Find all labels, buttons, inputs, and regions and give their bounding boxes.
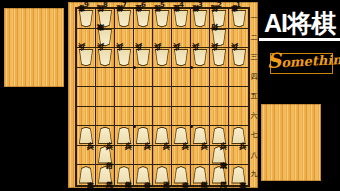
square-8-2[interactable]: 飛車 <box>96 29 115 49</box>
square-5-6[interactable] <box>153 107 172 127</box>
piece-kanji: 金将 <box>173 168 189 184</box>
square-8-1[interactable]: 桂馬 <box>96 9 115 29</box>
piece-kanji: 金将 <box>135 10 151 26</box>
square-3-1[interactable]: 銀将 <box>191 9 210 29</box>
square-1-9[interactable]: 香車 <box>229 165 248 185</box>
square-5-8[interactable] <box>153 146 172 166</box>
square-2-2[interactable]: 角行 <box>210 29 229 49</box>
square-4-1[interactable]: 金将 <box>172 9 191 29</box>
square-8-3[interactable]: 歩兵 <box>96 48 115 68</box>
gote-piece[interactable]: 飛車 <box>97 29 113 47</box>
app-logo: AI将棋 Something <box>259 10 340 41</box>
piece-kanji: 桂馬 <box>211 10 227 26</box>
square-4-9[interactable]: 金将 <box>172 165 191 185</box>
piece-kanji: 香車 <box>78 168 94 184</box>
square-4-6[interactable] <box>172 107 191 127</box>
gote-piece[interactable]: 桂馬 <box>97 10 113 28</box>
square-7-8[interactable] <box>115 146 134 166</box>
square-8-4[interactable] <box>96 68 115 88</box>
piece-kanji: 歩兵 <box>135 49 151 65</box>
piece-kanji: 歩兵 <box>173 49 189 65</box>
square-6-7[interactable]: 歩兵 <box>134 126 153 146</box>
piece-kanji: 香車 <box>78 10 94 26</box>
square-3-4[interactable] <box>191 68 210 88</box>
sente-piece[interactable]: 歩兵 <box>231 127 247 145</box>
rank-label: 九 <box>250 165 258 185</box>
square-8-9[interactable]: 桂馬 <box>96 165 115 185</box>
piece-kanji: 玉将 <box>154 10 170 26</box>
rank-label: 二 <box>250 29 258 49</box>
square-9-4[interactable] <box>77 68 96 88</box>
square-3-8[interactable] <box>191 146 210 166</box>
sente-piece[interactable]: 香車 <box>231 166 247 184</box>
square-6-8[interactable] <box>134 146 153 166</box>
square-7-6[interactable] <box>115 107 134 127</box>
piece-kanji: 王将 <box>154 168 170 184</box>
square-9-2[interactable] <box>77 29 96 49</box>
rank-label: 三 <box>250 48 258 68</box>
square-5-9[interactable]: 王将 <box>153 165 172 185</box>
square-7-7[interactable]: 歩兵 <box>115 126 134 146</box>
square-3-5[interactable] <box>191 87 210 107</box>
piece-kanji: 金将 <box>173 10 189 26</box>
gote-piece[interactable]: 桂馬 <box>211 10 227 28</box>
square-9-1[interactable]: 香車 <box>77 9 96 29</box>
piece-kanji: 銀将 <box>192 168 208 184</box>
square-8-5[interactable] <box>96 87 115 107</box>
gote-piece[interactable]: 歩兵 <box>173 49 189 67</box>
brand-logo-box: Something <box>270 53 333 74</box>
square-6-3[interactable]: 歩兵 <box>134 48 153 68</box>
piece-kanji: 歩兵 <box>211 128 227 144</box>
square-6-6[interactable] <box>134 107 153 127</box>
square-8-6[interactable] <box>96 107 115 127</box>
gote-piece[interactable]: 金将 <box>173 10 189 28</box>
square-8-8[interactable]: 角行 <box>96 146 115 166</box>
square-5-4[interactable] <box>153 68 172 88</box>
square-7-9[interactable]: 銀将 <box>115 165 134 185</box>
square-3-7[interactable]: 歩兵 <box>191 126 210 146</box>
square-2-1[interactable]: 桂馬 <box>210 9 229 29</box>
gote-piece[interactable]: 香車 <box>231 10 247 28</box>
board-grid[interactable]: 香車桂馬銀将金将玉将金将銀将桂馬香車飛車角行歩兵歩兵歩兵歩兵歩兵歩兵歩兵歩兵歩兵… <box>75 7 250 187</box>
gote-piece[interactable]: 歩兵 <box>231 49 247 67</box>
square-6-4[interactable] <box>134 68 153 88</box>
sente-piece[interactable]: 歩兵 <box>78 127 94 145</box>
square-4-2[interactable] <box>172 29 191 49</box>
gote-piece[interactable]: 歩兵 <box>135 49 151 67</box>
sente-piece[interactable]: 歩兵 <box>211 127 227 145</box>
piece-kanji: 飛車 <box>97 29 113 45</box>
piece-kanji: 桂馬 <box>97 10 113 26</box>
square-5-3[interactable]: 歩兵 <box>153 48 172 68</box>
square-1-3[interactable]: 歩兵 <box>229 48 248 68</box>
gote-piece[interactable]: 歩兵 <box>192 49 208 67</box>
rank-label: 五 <box>250 87 258 107</box>
square-9-6[interactable] <box>77 107 96 127</box>
piece-kanji: 香車 <box>231 10 247 26</box>
square-6-9[interactable]: 金将 <box>134 165 153 185</box>
gote-piece[interactable]: 歩兵 <box>116 49 132 67</box>
gote-piece[interactable]: 玉将 <box>154 10 170 28</box>
gote-piece[interactable]: 歩兵 <box>78 49 94 67</box>
piece-kanji: 歩兵 <box>135 128 151 144</box>
brand-name: Something <box>266 45 340 73</box>
square-3-9[interactable]: 銀将 <box>191 165 210 185</box>
square-6-1[interactable]: 金将 <box>134 9 153 29</box>
sente-piece[interactable]: 桂馬 <box>97 166 113 184</box>
logo-underline <box>259 38 340 41</box>
square-7-2[interactable] <box>115 29 134 49</box>
sente-piece[interactable]: 角行 <box>97 146 113 164</box>
square-2-7[interactable]: 歩兵 <box>210 126 229 146</box>
square-7-1[interactable]: 銀将 <box>115 9 134 29</box>
square-4-8[interactable] <box>172 146 191 166</box>
rank-label: 七 <box>250 126 258 146</box>
piece-kanji: 歩兵 <box>154 128 170 144</box>
piece-kanji: 歩兵 <box>97 49 113 65</box>
square-9-9[interactable]: 香車 <box>77 165 96 185</box>
rank-labels: 一二三四五六七八九 <box>250 9 258 185</box>
square-5-1[interactable]: 玉将 <box>153 9 172 29</box>
square-7-4[interactable] <box>115 68 134 88</box>
rank-label: 一 <box>250 9 258 29</box>
square-7-3[interactable]: 歩兵 <box>115 48 134 68</box>
sente-piece[interactable]: 歩兵 <box>192 127 208 145</box>
piece-kanji: 歩兵 <box>211 49 227 65</box>
sente-piece[interactable]: 飛車 <box>211 146 227 164</box>
piece-kanji: 銀将 <box>192 10 208 26</box>
square-1-4[interactable] <box>229 68 248 88</box>
sente-piece[interactable]: 歩兵 <box>135 127 151 145</box>
gote-piece[interactable]: 角行 <box>211 29 227 47</box>
gote-piece[interactable]: 金将 <box>135 10 151 28</box>
square-2-6[interactable] <box>210 107 229 127</box>
square-6-5[interactable] <box>134 87 153 107</box>
square-1-7[interactable]: 歩兵 <box>229 126 248 146</box>
piece-kanji: 歩兵 <box>231 128 247 144</box>
square-2-5[interactable] <box>210 87 229 107</box>
rank-label: 六 <box>250 107 258 127</box>
app-title: AI将棋 <box>259 10 340 37</box>
piece-kanji: 桂馬 <box>211 168 227 184</box>
game-screen: 987654321 一二三四五六七八九 香車桂馬銀将金将玉将金将銀将桂馬香車飛車… <box>0 0 340 191</box>
square-1-5[interactable] <box>229 87 248 107</box>
star-point <box>133 66 136 69</box>
sente-piece[interactable]: 銀将 <box>116 166 132 184</box>
square-8-7[interactable]: 歩兵 <box>96 126 115 146</box>
gote-piece[interactable]: 歩兵 <box>154 49 170 67</box>
square-3-3[interactable]: 歩兵 <box>191 48 210 68</box>
sente-piece[interactable]: 王将 <box>154 166 170 184</box>
square-1-1[interactable]: 香車 <box>229 9 248 29</box>
piece-kanji: 歩兵 <box>116 128 132 144</box>
piece-kanji: 歩兵 <box>78 49 94 65</box>
square-4-3[interactable]: 歩兵 <box>172 48 191 68</box>
rank-label: 八 <box>250 146 258 166</box>
gote-piece[interactable]: 銀将 <box>192 10 208 28</box>
square-2-3[interactable]: 歩兵 <box>210 48 229 68</box>
gote-piece[interactable]: 歩兵 <box>211 49 227 67</box>
sente-piece[interactable]: 歩兵 <box>154 127 170 145</box>
piece-kanji: 歩兵 <box>116 49 132 65</box>
square-4-4[interactable] <box>172 68 191 88</box>
square-2-8[interactable]: 飛車 <box>210 146 229 166</box>
square-5-5[interactable] <box>153 87 172 107</box>
piece-kanji: 角行 <box>211 29 227 45</box>
piece-kanji: 銀将 <box>116 10 132 26</box>
gote-piece[interactable]: 香車 <box>78 10 94 28</box>
piece-kanji: 歩兵 <box>173 128 189 144</box>
sente-piece[interactable]: 桂馬 <box>211 166 227 184</box>
piece-kanji: 金将 <box>135 168 151 184</box>
piece-kanji: 銀将 <box>116 168 132 184</box>
shogi-board: 987654321 一二三四五六七八九 香車桂馬銀将金将玉将金将銀将桂馬香車飛車… <box>68 2 258 188</box>
piece-kanji: 歩兵 <box>78 128 94 144</box>
square-2-4[interactable] <box>210 68 229 88</box>
sente-piece[interactable]: 金将 <box>173 166 189 184</box>
piece-kanji: 歩兵 <box>154 49 170 65</box>
square-4-7[interactable]: 歩兵 <box>172 126 191 146</box>
piece-kanji: 香車 <box>231 168 247 184</box>
square-6-2[interactable] <box>134 29 153 49</box>
star-point <box>190 66 193 69</box>
square-1-6[interactable] <box>229 107 248 127</box>
sente-piece[interactable]: 歩兵 <box>116 127 132 145</box>
sente-piece[interactable]: 香車 <box>78 166 94 184</box>
gote-piece-stand <box>4 8 64 87</box>
piece-kanji: 歩兵 <box>192 49 208 65</box>
square-1-8[interactable] <box>229 146 248 166</box>
square-7-5[interactable] <box>115 87 134 107</box>
square-9-3[interactable]: 歩兵 <box>77 48 96 68</box>
gote-piece[interactable]: 歩兵 <box>97 49 113 67</box>
rank-label: 四 <box>250 68 258 88</box>
square-5-2[interactable] <box>153 29 172 49</box>
square-3-6[interactable] <box>191 107 210 127</box>
square-2-9[interactable]: 桂馬 <box>210 165 229 185</box>
sente-piece[interactable]: 歩兵 <box>173 127 189 145</box>
square-9-7[interactable]: 歩兵 <box>77 126 96 146</box>
sente-piece[interactable]: 歩兵 <box>97 127 113 145</box>
piece-kanji: 角行 <box>97 148 113 164</box>
sente-piece[interactable]: 金将 <box>135 166 151 184</box>
sente-piece-stand <box>261 104 321 181</box>
sente-piece[interactable]: 銀将 <box>192 166 208 184</box>
piece-kanji: 歩兵 <box>97 128 113 144</box>
square-3-2[interactable] <box>191 29 210 49</box>
square-9-5[interactable] <box>77 87 96 107</box>
square-4-5[interactable] <box>172 87 191 107</box>
square-5-7[interactable]: 歩兵 <box>153 126 172 146</box>
square-9-8[interactable] <box>77 146 96 166</box>
piece-kanji: 歩兵 <box>192 128 208 144</box>
gote-piece[interactable]: 銀将 <box>116 10 132 28</box>
piece-kanji: 桂馬 <box>97 168 113 184</box>
square-1-2[interactable] <box>229 29 248 49</box>
piece-kanji: 飛車 <box>211 148 227 164</box>
piece-kanji: 歩兵 <box>231 49 247 65</box>
